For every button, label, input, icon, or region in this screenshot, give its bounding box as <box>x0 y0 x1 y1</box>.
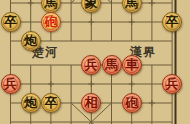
piece-red-soldier[interactable]: 兵 <box>1 74 21 94</box>
piece-red-horse[interactable]: 馬 <box>102 55 122 75</box>
xiangqi-board: 楚河 漢界 馬象馬卒砲卒炮兵馬車兵兵炮卒相砲 <box>0 0 190 124</box>
piece-red-cannon[interactable]: 砲 <box>41 12 61 32</box>
piece-black-cannon[interactable]: 炮 <box>21 31 41 51</box>
piece-black-soldier[interactable]: 卒 <box>41 93 61 113</box>
piece-black-soldier[interactable]: 卒 <box>162 12 182 32</box>
piece-red-soldier[interactable]: 兵 <box>162 74 182 94</box>
piece-red-cannon[interactable]: 砲 <box>122 93 142 113</box>
piece-black-cannon[interactable]: 炮 <box>21 93 41 113</box>
piece-red-chariot[interactable]: 車 <box>122 55 142 75</box>
piece-black-soldier[interactable]: 卒 <box>1 12 21 32</box>
